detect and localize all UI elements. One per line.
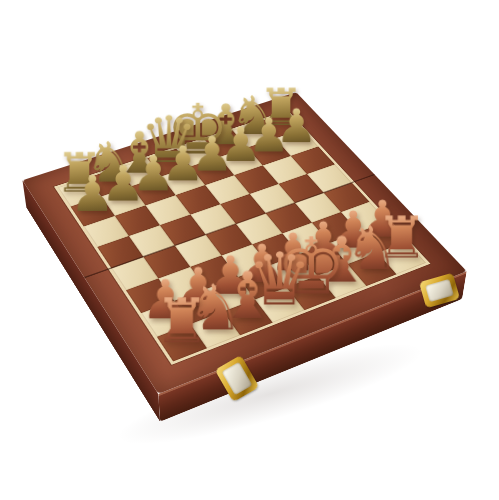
gold-clasp-front-slot [222,362,253,395]
gold-clasp-right-slot [425,279,454,302]
chess-set-photo: ♜♞♝♛♚♝♞♜♟♟♟♟♟♟♟♟♟♟♟♟♟♟♟♟♜♞♝♛♚♝♞♜ [0,0,499,500]
piece-brass-pawn-a7[interactable]: ♟ [70,169,114,218]
